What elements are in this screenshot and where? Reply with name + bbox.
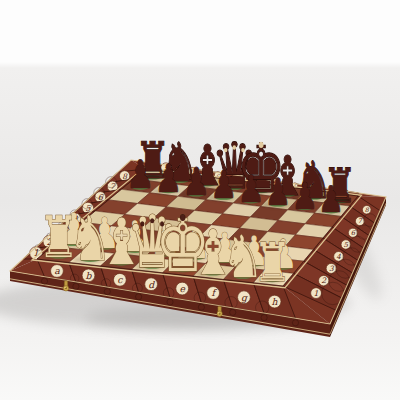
piece-glyph: ♟ <box>154 155 182 200</box>
coordinate-label-front-h: h <box>272 296 278 307</box>
scene-canvas: abcdefgh87654321abcdefgh87654321♜♞♝♟♛♟♚♝… <box>0 0 400 400</box>
coordinate-label-right-1: 1 <box>314 289 319 298</box>
queen-crown-tip <box>150 218 154 223</box>
piece-black-pawn-b7[interactable]: ♟ <box>153 155 182 200</box>
piece-glyph: ♟ <box>126 152 154 197</box>
piece-white-rook-h1[interactable]: ♜ <box>253 231 291 293</box>
piece-glyph: ♜ <box>253 231 291 293</box>
piece-black-pawn-a7[interactable]: ♟ <box>125 152 155 197</box>
piece-glyph: ♟ <box>318 178 344 221</box>
piece-black-pawn-h7[interactable]: ♟ <box>316 178 344 221</box>
piece-black-pawn-g7[interactable]: ♟ <box>290 174 318 217</box>
coordinate-label-front-g: g <box>241 292 248 304</box>
piece-black-pawn-c7[interactable]: ♟ <box>181 160 210 204</box>
queen-crown-tip <box>224 148 228 152</box>
piece-black-pawn-f7[interactable]: ♟ <box>263 171 291 214</box>
coordinate-label-right-4: 4 <box>336 252 341 261</box>
coordinate-label-right-5: 5 <box>344 241 349 249</box>
piece-glyph: ♟ <box>264 171 291 214</box>
king-finial <box>180 214 186 221</box>
brass-clasp-1 <box>63 281 68 291</box>
piece-glyph: ♟ <box>182 160 210 204</box>
piece-black-pawn-d7[interactable]: ♟ <box>209 163 238 207</box>
piece-glyph: ♟ <box>237 166 264 210</box>
coordinate-label-right-6: 6 <box>351 229 356 237</box>
queen-crown-tip <box>233 145 237 149</box>
piece-glyph: ♟ <box>291 174 318 217</box>
brass-clasp-2 <box>217 306 222 316</box>
queen-crown-tip <box>140 221 144 226</box>
king-finial <box>259 142 264 148</box>
piece-glyph: ♟ <box>210 163 237 207</box>
piece-black-pawn-e7[interactable]: ♟ <box>236 166 265 210</box>
chess-set-photo: abcdefgh87654321abcdefgh87654321♜♞♝♟♛♟♚♝… <box>0 0 400 400</box>
